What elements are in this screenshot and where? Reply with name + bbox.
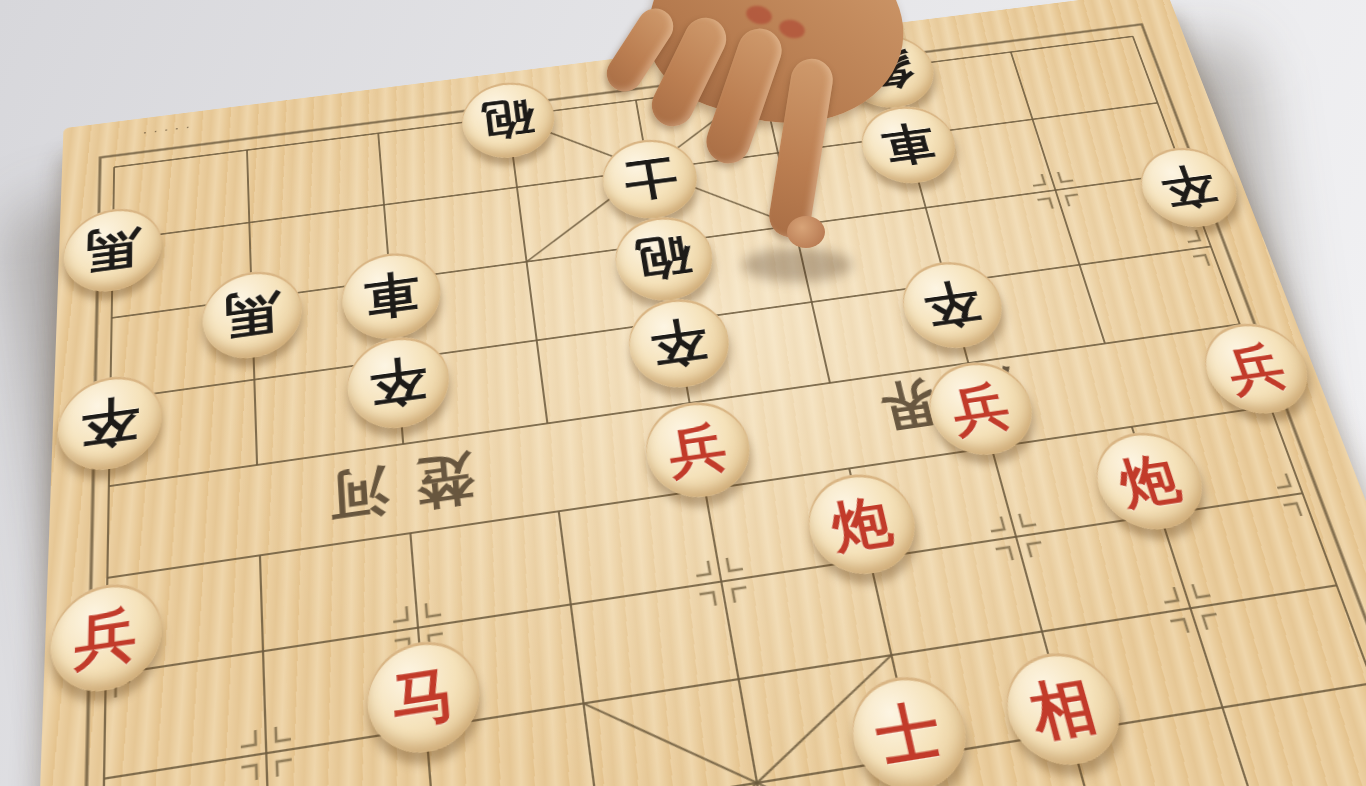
piece-black-elephant-f7r1[interactable]: 象 bbox=[834, 30, 942, 113]
piece-red-soldier-f9r6[interactable]: 兵 bbox=[1192, 317, 1321, 420]
piece-character: 象 bbox=[858, 48, 918, 94]
piece-black-soldier-f3r4[interactable]: 卒 bbox=[344, 331, 452, 435]
piece-black-soldier-f1r4[interactable]: 卒 bbox=[56, 370, 161, 476]
photo-scene: 楚河 漢界 ····· ·····出品 砲象馬士車馬車砲卒卒卒卒卒兵兵兵兵炮炮马… bbox=[0, 0, 1366, 786]
piece-character: 相 bbox=[1024, 673, 1102, 744]
piece-character: 卒 bbox=[368, 353, 429, 411]
piece-black-soldier-f9r3[interactable]: 卒 bbox=[1129, 142, 1249, 232]
piece-red-elephant-f7r9[interactable]: 相 bbox=[994, 645, 1133, 773]
knuckle-mark bbox=[744, 3, 774, 27]
piece-black-soldier-f7r4[interactable]: 卒 bbox=[893, 256, 1012, 354]
piece-character: 士 bbox=[620, 154, 680, 204]
piece-character: 卒 bbox=[919, 277, 986, 332]
piece-red-horse-f3r8[interactable]: 马 bbox=[364, 634, 484, 761]
piece-character: 車 bbox=[362, 268, 421, 323]
piece-character: 卒 bbox=[647, 315, 711, 371]
piece-black-advisor-f5r2[interactable]: 士 bbox=[597, 134, 704, 224]
piece-black-horse-f2r3[interactable]: 馬 bbox=[201, 266, 303, 365]
piece-black-soldier-f5r4[interactable]: 卒 bbox=[622, 293, 736, 394]
piece-character: 馬 bbox=[223, 287, 280, 342]
xiangqi-board: 楚河 漢界 ····· ·····出品 砲象馬士車馬車砲卒卒卒卒卒兵兵兵兵炮炮马… bbox=[29, 0, 1366, 786]
piece-red-soldier-f1r7[interactable]: 兵 bbox=[48, 577, 161, 699]
piece-character: 砲 bbox=[633, 232, 695, 285]
piece-character: 卒 bbox=[80, 393, 139, 453]
piece-character: 兵 bbox=[1220, 339, 1292, 396]
piece-black-horse-f1r2[interactable]: 馬 bbox=[62, 203, 161, 297]
piece-character: 炮 bbox=[826, 492, 896, 556]
piece-black-chariot-f7r2[interactable]: 車 bbox=[853, 101, 964, 189]
piece-red-advisor-f6r9[interactable]: 士 bbox=[842, 669, 977, 786]
piece-red-cannon-f6r7[interactable]: 炮 bbox=[799, 468, 925, 582]
piece-black-chariot-f3r3[interactable]: 車 bbox=[339, 247, 444, 345]
piece-character: 马 bbox=[390, 661, 457, 732]
piece-character: 卒 bbox=[1155, 162, 1222, 213]
piece-red-cannon-f8r7[interactable]: 炮 bbox=[1084, 426, 1215, 536]
piece-character: 士 bbox=[871, 697, 947, 769]
piece-character: 兵 bbox=[74, 603, 137, 671]
piece-character: 馬 bbox=[84, 223, 139, 276]
piece-character: 砲 bbox=[480, 96, 537, 144]
piece-character: 炮 bbox=[1112, 450, 1186, 512]
piece-character: 車 bbox=[877, 120, 939, 169]
piece-character: 兵 bbox=[664, 419, 730, 480]
